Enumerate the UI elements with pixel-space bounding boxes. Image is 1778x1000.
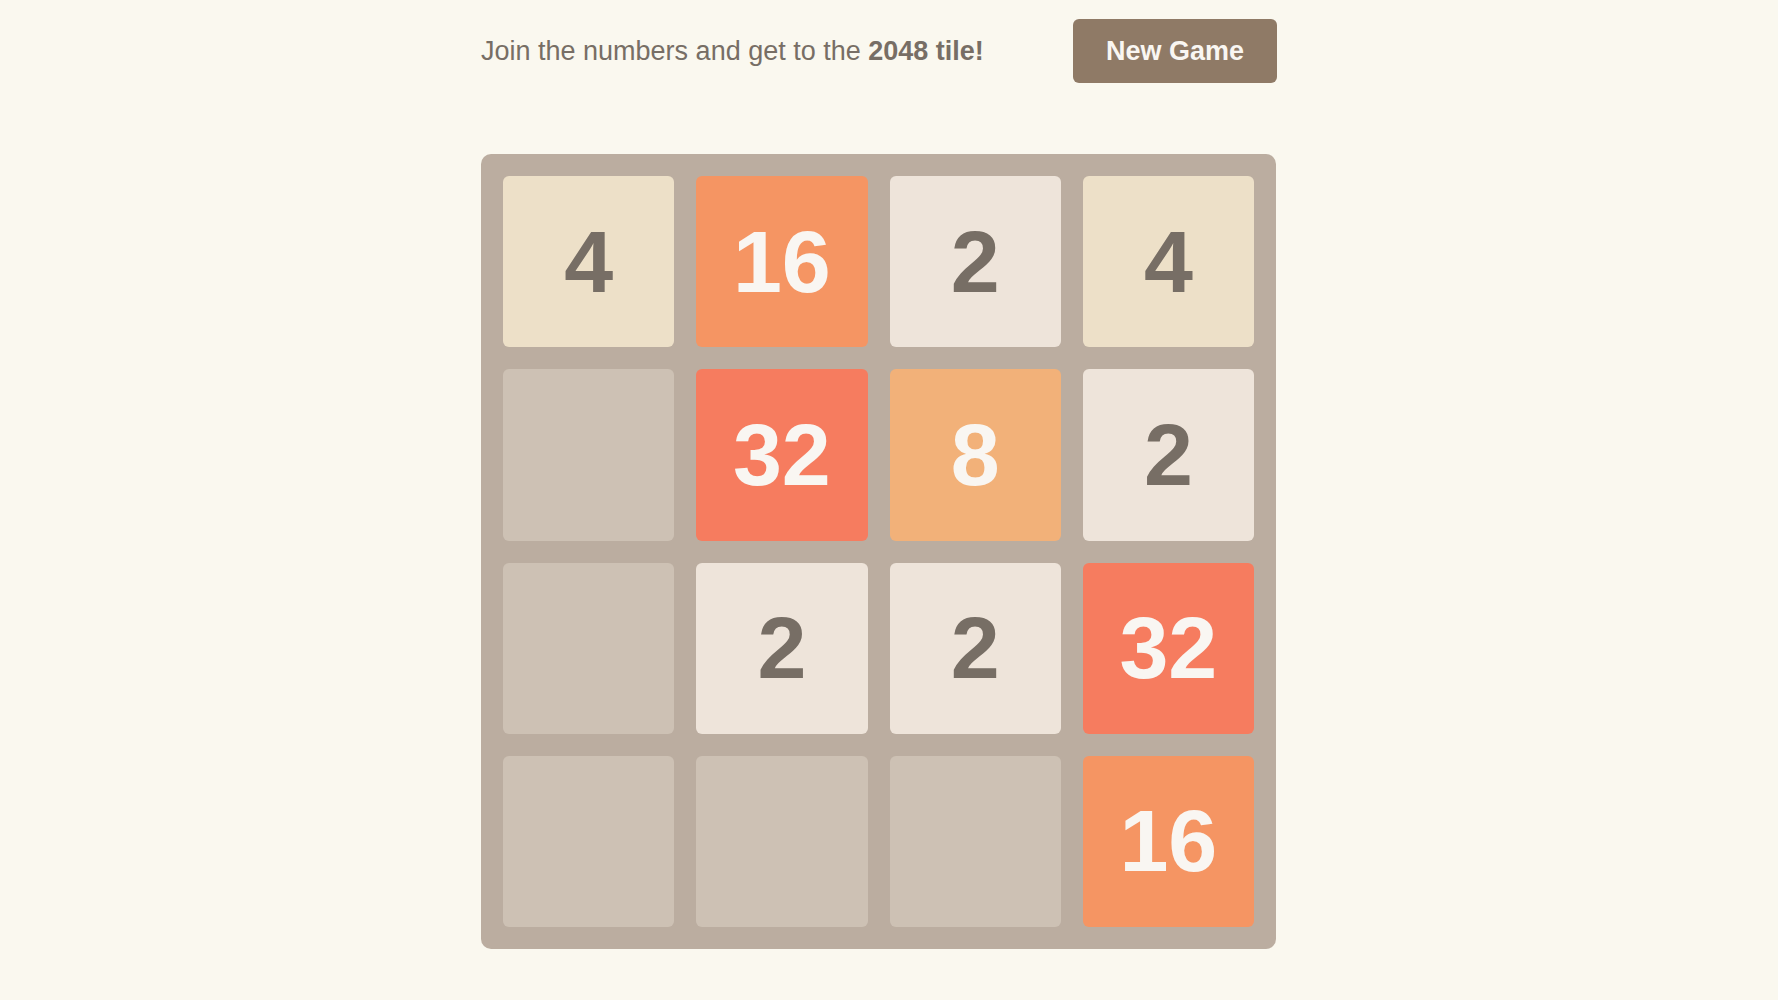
tile-2: 2 <box>696 563 867 734</box>
tile-32: 32 <box>1083 563 1254 734</box>
subtitle-text: Join the numbers and get to the <box>481 36 868 66</box>
empty-cell <box>696 756 867 927</box>
tile-2: 2 <box>890 176 1061 347</box>
tile-32: 32 <box>696 369 867 540</box>
tile-4: 4 <box>1083 176 1254 347</box>
tile-16: 16 <box>1083 756 1254 927</box>
tile-16: 16 <box>696 176 867 347</box>
empty-cell <box>890 756 1061 927</box>
page: Join the numbers and get to the 2048 til… <box>0 0 1778 1000</box>
tile-8: 8 <box>890 369 1061 540</box>
empty-cell <box>503 369 674 540</box>
tile-2: 2 <box>890 563 1061 734</box>
empty-cell <box>503 563 674 734</box>
tile-2: 2 <box>1083 369 1254 540</box>
board[interactable]: 416243282223216 <box>481 154 1276 949</box>
new-game-button[interactable]: New Game <box>1073 19 1277 83</box>
tile-4: 4 <box>503 176 674 347</box>
header-row: Join the numbers and get to the 2048 til… <box>481 18 1277 84</box>
subtitle: Join the numbers and get to the 2048 til… <box>481 36 984 67</box>
subtitle-goal-text: 2048 tile! <box>868 36 984 66</box>
empty-cell <box>503 756 674 927</box>
